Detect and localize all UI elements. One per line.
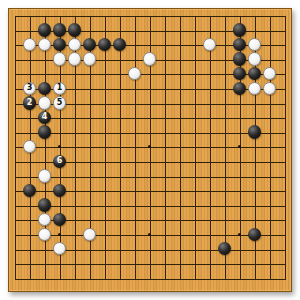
white-stone[interactable]	[23, 140, 36, 153]
move-number: 3	[27, 84, 33, 92]
black-stone[interactable]	[248, 67, 261, 80]
white-stone[interactable]	[83, 228, 96, 241]
black-stone[interactable]	[218, 242, 231, 255]
black-stone[interactable]	[233, 38, 246, 51]
white-stone[interactable]	[128, 67, 141, 80]
move-number: 6	[57, 157, 63, 165]
white-stone[interactable]: 5	[53, 96, 66, 109]
black-stone[interactable]	[233, 52, 246, 65]
white-stone[interactable]	[38, 169, 51, 182]
white-stone[interactable]	[263, 67, 276, 80]
board-grid: 246315	[7, 8, 292, 285]
move-number: 4	[42, 113, 48, 121]
star-point	[238, 233, 241, 236]
white-stone[interactable]	[248, 52, 261, 65]
white-stone[interactable]	[83, 52, 96, 65]
white-stone[interactable]	[53, 242, 66, 255]
black-stone[interactable]	[68, 23, 81, 36]
black-stone[interactable]	[113, 38, 126, 51]
black-stone[interactable]	[23, 184, 36, 197]
black-stone[interactable]	[233, 67, 246, 80]
move-number: 2	[27, 99, 33, 107]
black-stone[interactable]	[233, 82, 246, 95]
go-board[interactable]: 246315	[8, 8, 292, 292]
black-stone[interactable]: 4	[38, 111, 51, 124]
white-stone[interactable]	[143, 52, 156, 65]
white-stone[interactable]	[263, 82, 276, 95]
white-stone[interactable]	[68, 52, 81, 65]
white-stone[interactable]: 3	[23, 82, 36, 95]
white-stone[interactable]	[38, 213, 51, 226]
star-point	[238, 145, 241, 148]
star-point	[148, 233, 151, 236]
black-stone[interactable]	[233, 23, 246, 36]
white-stone[interactable]	[38, 228, 51, 241]
move-number: 5	[57, 99, 63, 107]
white-stone[interactable]	[38, 96, 51, 109]
star-point	[148, 145, 151, 148]
black-stone[interactable]	[38, 125, 51, 138]
star-point	[58, 233, 61, 236]
white-stone[interactable]	[53, 52, 66, 65]
black-stone[interactable]	[38, 82, 51, 95]
white-stone[interactable]	[203, 38, 216, 51]
black-stone[interactable]	[98, 38, 111, 51]
white-stone[interactable]	[23, 38, 36, 51]
black-stone[interactable]: 2	[23, 96, 36, 109]
black-stone[interactable]	[53, 23, 66, 36]
white-stone[interactable]	[68, 38, 81, 51]
black-stone[interactable]	[248, 228, 261, 241]
white-stone[interactable]	[38, 38, 51, 51]
black-stone[interactable]	[248, 125, 261, 138]
white-stone[interactable]: 1	[53, 82, 66, 95]
black-stone[interactable]	[53, 213, 66, 226]
black-stone[interactable]	[38, 23, 51, 36]
white-stone[interactable]	[248, 38, 261, 51]
black-stone[interactable]: 6	[53, 155, 66, 168]
white-stone[interactable]	[248, 82, 261, 95]
black-stone[interactable]	[53, 38, 66, 51]
black-stone[interactable]	[83, 38, 96, 51]
black-stone[interactable]	[38, 198, 51, 211]
black-stone[interactable]	[53, 184, 66, 197]
move-number: 1	[57, 84, 63, 92]
star-point	[58, 145, 61, 148]
